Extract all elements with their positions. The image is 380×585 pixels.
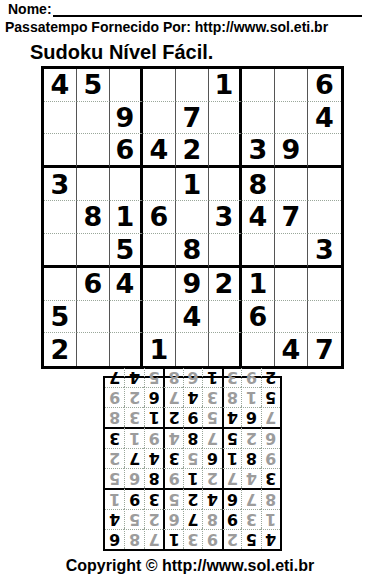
puzzle-cell-r5c7: 4: [242, 201, 275, 234]
solution-cell-r3c2: 7: [241, 488, 260, 509]
solution-cell-r6c6: 4: [163, 427, 182, 448]
puzzle-cell-r5c5: [176, 201, 209, 234]
puzzle-cell-r8c9: [308, 301, 341, 334]
solution-cell-r2c2: 3: [241, 509, 260, 529]
page-title: Sudoku Nível Fácil.: [30, 41, 213, 64]
puzzle-cell-r6c4: [143, 234, 176, 268]
solution-cell-r9c4: 1: [202, 368, 221, 387]
solution-cell-r4c1: 3: [261, 468, 280, 488]
solution-cell-r2c4: 8: [202, 509, 221, 529]
solution-cell-r1c4: 9: [202, 529, 221, 549]
puzzle-cell-r4c5: 1: [176, 168, 209, 201]
puzzle-cell-r8c3: [110, 301, 143, 334]
solution-cell-r3c4: 4: [202, 488, 221, 509]
solution-cell-r4c8: 6: [124, 468, 143, 488]
puzzle-cell-r2c3: 9: [110, 102, 143, 135]
puzzle-cell-r9c1: 2: [44, 333, 77, 366]
puzzle-cell-r8c8: [275, 301, 308, 334]
name-blank-line: [53, 2, 362, 17]
solution-cell-r4c6: 9: [163, 468, 182, 488]
puzzle-cell-r5c2: 8: [77, 201, 110, 234]
solution-cell-r6c4: 7: [202, 427, 221, 448]
puzzle-cell-r4c6: [209, 168, 242, 201]
puzzle-cell-r1c3: [110, 69, 143, 102]
puzzle-cell-r3c2: [77, 134, 110, 168]
puzzle-cell-r8c4: [143, 301, 176, 334]
puzzle-cell-r2c9: 4: [308, 102, 341, 135]
puzzle-cell-r9c8: 4: [275, 333, 308, 366]
puzzle-cell-r6c9: 3: [308, 234, 341, 268]
solution-cell-r5c8: 7: [124, 448, 143, 468]
name-label: Nome:: [8, 2, 52, 17]
puzzle-cell-r3c4: 4: [143, 134, 176, 168]
solution-cell-r1c6: 1: [163, 529, 182, 549]
puzzle-cell-r1c9: 6: [308, 69, 341, 102]
solution-cell-r2c9: 4: [105, 509, 124, 529]
solution-cell-r5c6: 3: [163, 448, 182, 468]
puzzle-cell-r6c7: [242, 234, 275, 268]
solution-cell-r7c4: 5: [202, 407, 221, 427]
puzzle-cell-r3c5: 2: [176, 134, 209, 168]
solution-cell-r3c5: 2: [183, 488, 202, 509]
solution-cell-r3c6: 5: [163, 488, 182, 509]
puzzle-cell-r9c3: [110, 333, 143, 366]
puzzle-cell-r8c5: 4: [176, 301, 209, 334]
puzzle-cell-r1c8: [275, 69, 308, 102]
puzzle-cell-r5c1: [44, 201, 77, 234]
solution-cell-r1c5: 3: [183, 529, 202, 549]
solution-cell-r5c5: 5: [183, 448, 202, 468]
puzzle-cell-r7c2: 6: [77, 268, 110, 301]
printable-sudoku-page: Nome: Passatempo Fornecido Por: http://w…: [0, 0, 380, 585]
solution-cell-r3c7: 3: [144, 488, 163, 509]
puzzle-cell-r1c4: [143, 69, 176, 102]
puzzle-cell-r8c6: [209, 301, 242, 334]
puzzle-cell-r3c6: [209, 134, 242, 168]
puzzle-cell-r9c2: [77, 333, 110, 366]
solution-cell-r5c9: 2: [105, 448, 124, 468]
puzzle-cell-r2c5: 7: [176, 102, 209, 135]
puzzle-cell-r5c9: [308, 201, 341, 234]
puzzle-cell-r2c7: [242, 102, 275, 135]
puzzle-cell-r4c1: 3: [44, 168, 77, 201]
solution-cell-r8c9: 9: [105, 387, 124, 407]
puzzle-cell-r6c6: [209, 234, 242, 268]
puzzle-cell-r5c6: 3: [209, 201, 242, 234]
solution-cell-r1c8: 8: [124, 529, 143, 549]
name-row: Nome:: [8, 2, 362, 17]
solution-cell-r5c1: 9: [261, 448, 280, 468]
solution-cell-r6c5: 8: [183, 427, 202, 448]
puzzle-cell-r9c7: [242, 333, 275, 366]
solution-cell-r1c9: 6: [105, 529, 124, 549]
solution-cell-r6c7: 9: [144, 427, 163, 448]
puzzle-cell-r1c5: [176, 69, 209, 102]
solution-cell-r4c5: 1: [183, 468, 202, 488]
solution-cell-r3c9: 1: [105, 488, 124, 509]
puzzle-cell-r3c9: [308, 134, 341, 168]
puzzle-cell-r1c1: 4: [44, 69, 77, 102]
puzzle-cell-r7c8: [275, 268, 308, 301]
solution-cell-r8c1: 5: [261, 387, 280, 407]
solution-cell-r8c8: 2: [124, 387, 143, 407]
solution-cell-r7c8: 3: [124, 407, 143, 427]
solution-cell-r6c9: 3: [105, 427, 124, 448]
puzzle-cell-r8c7: 6: [242, 301, 275, 334]
solution-cell-r2c3: 9: [222, 509, 241, 529]
puzzle-cell-r2c1: [44, 102, 77, 135]
solution-cell-r9c9: 7: [105, 368, 124, 387]
solution-cell-r2c8: 5: [124, 509, 143, 529]
solution-cell-r1c3: 2: [222, 529, 241, 549]
puzzle-cell-r7c9: [308, 268, 341, 301]
solution-cell-r9c7: 5: [144, 368, 163, 387]
solution-cell-r8c4: 3: [202, 387, 221, 407]
solution-cell-r3c3: 6: [222, 488, 241, 509]
puzzle-cell-r7c5: 9: [176, 268, 209, 301]
puzzle-cell-r9c5: [176, 333, 209, 366]
solution-cell-r5c3: 1: [222, 448, 241, 468]
puzzle-cell-r1c2: 5: [77, 69, 110, 102]
puzzle-cell-r3c3: 6: [110, 134, 143, 168]
puzzle-cell-r5c3: 1: [110, 201, 143, 234]
solution-cell-r7c2: 6: [241, 407, 260, 427]
solution-cell-r3c1: 8: [261, 488, 280, 509]
puzzle-cell-r6c2: [77, 234, 110, 268]
puzzle-cell-r1c7: [242, 69, 275, 102]
puzzle-cell-r4c3: [110, 168, 143, 201]
puzzle-cell-r4c8: [275, 168, 308, 201]
solution-cell-r4c3: 7: [222, 468, 241, 488]
sudoku-solution-grid-rotated: 4529317861398762548764253913472198659816…: [103, 376, 282, 551]
solution-cell-r7c1: 7: [261, 407, 280, 427]
solution-cell-r4c7: 8: [144, 468, 163, 488]
puzzle-cell-r2c4: [143, 102, 176, 135]
solution-cell-r2c7: 2: [144, 509, 163, 529]
solution-cell-r7c3: 4: [222, 407, 241, 427]
puzzle-cell-r2c6: [209, 102, 242, 135]
puzzle-cell-r4c9: [308, 168, 341, 201]
puzzle-cell-r3c8: 9: [275, 134, 308, 168]
solution-cell-r4c4: 2: [202, 468, 221, 488]
solution-cell-r9c5: 6: [183, 368, 202, 387]
solution-cell-r6c3: 5: [222, 427, 241, 448]
puzzle-cell-r7c4: [143, 268, 176, 301]
puzzle-cell-r2c2: [77, 102, 110, 135]
puzzle-cell-r1c6: 1: [209, 69, 242, 102]
solution-cell-r8c5: 4: [183, 387, 202, 407]
solution-cell-r1c2: 5: [241, 529, 260, 549]
puzzle-cell-r5c4: 6: [143, 201, 176, 234]
puzzle-cell-r2c8: [275, 102, 308, 135]
puzzle-cell-r7c7: 1: [242, 268, 275, 301]
provider-line: Passatempo Fornecido Por: http://www.sol…: [5, 19, 328, 35]
solution-cell-r3c8: 9: [124, 488, 143, 509]
solution-cell-r4c9: 5: [105, 468, 124, 488]
puzzle-cell-r4c7: 8: [242, 168, 275, 201]
puzzle-cell-r7c6: 2: [209, 268, 242, 301]
puzzle-cell-r6c3: 5: [110, 234, 143, 268]
solution-cell-r9c1: 2: [261, 368, 280, 387]
solution-cell-r6c8: 1: [124, 427, 143, 448]
puzzle-cell-r9c6: [209, 333, 242, 366]
solution-cell-r2c1: 1: [261, 509, 280, 529]
puzzle-cell-r7c3: 4: [110, 268, 143, 301]
puzzle-cell-r8c1: 5: [44, 301, 77, 334]
solution-cell-r7c5: 9: [183, 407, 202, 427]
solution-cell-r2c5: 7: [183, 509, 202, 529]
puzzle-cell-r3c7: 3: [242, 134, 275, 168]
solution-cell-r9c2: 9: [241, 368, 260, 387]
puzzle-cell-r6c1: [44, 234, 77, 268]
puzzle-cell-r3c1: [44, 134, 77, 168]
solution-cell-r8c2: 1: [241, 387, 260, 407]
solution-cell-r5c2: 8: [241, 448, 260, 468]
puzzle-cell-r6c5: 8: [176, 234, 209, 268]
puzzle-cell-r8c2: [77, 301, 110, 334]
puzzle-cell-r9c9: 7: [308, 333, 341, 366]
solution-cell-r8c6: 7: [163, 387, 182, 407]
solution-cell-r7c9: 8: [105, 407, 124, 427]
solution-cell-r1c7: 7: [144, 529, 163, 549]
puzzle-cell-r6c8: [275, 234, 308, 268]
puzzle-cell-r7c1: [44, 268, 77, 301]
solution-cell-r9c3: 3: [222, 368, 241, 387]
solution-cell-r6c1: 6: [261, 427, 280, 448]
solution-cell-r8c7: 6: [144, 387, 163, 407]
solution-cell-r5c4: 6: [202, 448, 221, 468]
puzzle-cell-r4c4: [143, 168, 176, 201]
solution-cell-r7c6: 2: [163, 407, 182, 427]
solution-cell-r2c6: 6: [163, 509, 182, 529]
solution-cell-r4c2: 4: [241, 468, 260, 488]
puzzle-cell-r5c8: 7: [275, 201, 308, 234]
solution-cell-r9c8: 4: [124, 368, 143, 387]
solution-cell-r7c7: 1: [144, 407, 163, 427]
solution-cell-r1c1: 4: [261, 529, 280, 549]
puzzle-cell-r9c4: 1: [143, 333, 176, 366]
copyright-line: Copyright © http://www.sol.eti.br: [0, 557, 380, 575]
solution-cell-r8c3: 8: [222, 387, 241, 407]
solution-cell-r9c6: 8: [163, 368, 182, 387]
solution-cell-r6c2: 2: [241, 427, 260, 448]
sudoku-puzzle-grid: 451697464239318816347583649215462147: [41, 66, 344, 369]
solution-cell-r5c7: 4: [144, 448, 163, 468]
puzzle-cell-r4c2: [77, 168, 110, 201]
